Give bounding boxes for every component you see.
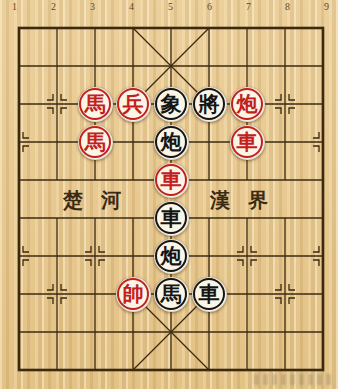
piece-black-cannon[interactable]: 炮 <box>154 239 189 274</box>
piece-black-elephant[interactable]: 象 <box>154 87 189 122</box>
piece-black-chariot[interactable]: 車 <box>154 201 189 236</box>
piece-black-horse[interactable]: 馬 <box>154 277 189 312</box>
xiangqi-board: 123456789 楚河 漢界 馬兵象將炮馬炮車車車炮帥馬車 <box>0 0 338 389</box>
piece-red-soldier[interactable]: 兵 <box>116 87 151 122</box>
piece-glyph: 炮 <box>237 94 258 115</box>
piece-black-cannon[interactable]: 炮 <box>154 125 189 160</box>
piece-glyph: 車 <box>161 208 182 229</box>
piece-glyph: 馬 <box>85 94 106 115</box>
piece-red-horse[interactable]: 馬 <box>78 87 113 122</box>
piece-glyph: 車 <box>199 284 220 305</box>
pieces-layer: 馬兵象將炮馬炮車車車炮帥馬車 <box>0 9 338 389</box>
piece-glyph: 帥 <box>123 284 144 305</box>
piece-glyph: 炮 <box>161 132 182 153</box>
piece-glyph: 馬 <box>85 132 106 153</box>
watermark <box>254 374 332 385</box>
piece-glyph: 車 <box>237 132 258 153</box>
piece-red-cannon[interactable]: 炮 <box>230 87 265 122</box>
piece-black-chariot[interactable]: 車 <box>192 277 227 312</box>
piece-glyph: 馬 <box>161 284 182 305</box>
piece-glyph: 炮 <box>161 246 182 267</box>
piece-red-horse[interactable]: 馬 <box>78 125 113 160</box>
piece-red-chariot[interactable]: 車 <box>230 125 265 160</box>
piece-glyph: 將 <box>199 94 220 115</box>
piece-glyph: 兵 <box>123 94 144 115</box>
piece-red-general[interactable]: 帥 <box>116 277 151 312</box>
piece-black-general[interactable]: 將 <box>192 87 227 122</box>
piece-red-chariot[interactable]: 車 <box>154 163 189 198</box>
piece-glyph: 車 <box>161 170 182 191</box>
piece-glyph: 象 <box>161 94 182 115</box>
